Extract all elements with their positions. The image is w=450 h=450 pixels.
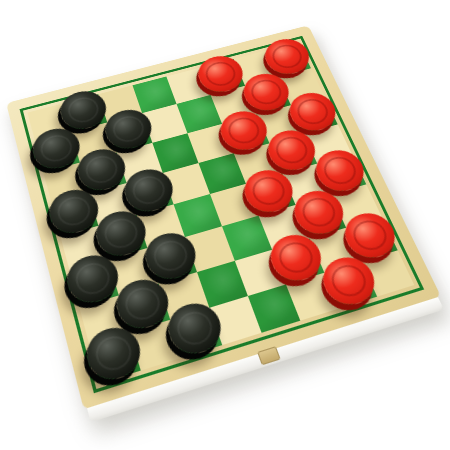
product-photo <box>0 0 450 450</box>
dark-square[interactable] <box>89 332 141 384</box>
checkers-board <box>6 25 441 410</box>
